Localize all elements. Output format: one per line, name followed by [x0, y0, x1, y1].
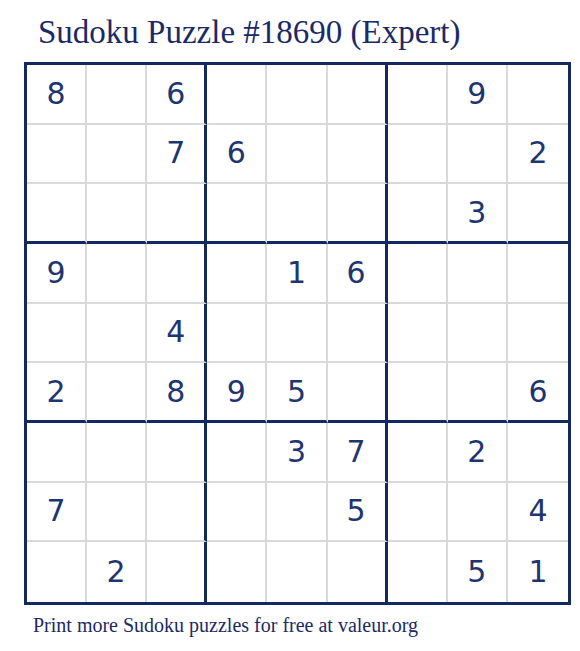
- cell-r4c2: [87, 244, 147, 304]
- cell-r9c7: [388, 542, 448, 602]
- cell-r8c5: [267, 483, 327, 543]
- cell-r7c5: 3: [267, 423, 327, 483]
- cell-r9c3: [147, 542, 207, 602]
- cell-r4c8: [448, 244, 508, 304]
- cell-r7c9: [508, 423, 568, 483]
- footer-text: Print more Sudoku puzzles for free at va…: [33, 614, 418, 637]
- sudoku-board: 8697623916428956372754251: [24, 62, 571, 605]
- cell-r8c3: [147, 483, 207, 543]
- cell-r3c7: [388, 184, 448, 244]
- cell-r4c7: [388, 244, 448, 304]
- cell-r8c9: 4: [508, 483, 568, 543]
- cell-r5c2: [87, 304, 147, 364]
- cell-r6c1: 2: [27, 363, 87, 423]
- page-title: Sudoku Puzzle #18690 (Expert): [38, 14, 461, 51]
- cell-r3c9: [508, 184, 568, 244]
- cell-r6c5: 5: [267, 363, 327, 423]
- cell-r5c7: [388, 304, 448, 364]
- cell-r8c8: [448, 483, 508, 543]
- cell-r6c3: 8: [147, 363, 207, 423]
- cell-r9c4: [207, 542, 267, 602]
- cell-r6c2: [87, 363, 147, 423]
- cell-r3c3: [147, 184, 207, 244]
- cell-r2c8: [448, 125, 508, 185]
- cell-r2c6: [328, 125, 388, 185]
- cell-r1c8: 9: [448, 65, 508, 125]
- cell-r4c9: [508, 244, 568, 304]
- cell-r9c9: 1: [508, 542, 568, 602]
- cell-r3c1: [27, 184, 87, 244]
- cell-r5c1: [27, 304, 87, 364]
- cell-r3c6: [328, 184, 388, 244]
- cell-r4c5: 1: [267, 244, 327, 304]
- cell-r4c6: 6: [328, 244, 388, 304]
- cell-r6c9: 6: [508, 363, 568, 423]
- cell-r4c3: [147, 244, 207, 304]
- cell-r1c5: [267, 65, 327, 125]
- cell-r2c7: [388, 125, 448, 185]
- cell-r5c4: [207, 304, 267, 364]
- cell-r7c8: 2: [448, 423, 508, 483]
- cell-r2c1: [27, 125, 87, 185]
- cell-r9c5: [267, 542, 327, 602]
- cell-r7c2: [87, 423, 147, 483]
- cell-r8c1: 7: [27, 483, 87, 543]
- cell-r8c2: [87, 483, 147, 543]
- cell-r6c4: 9: [207, 363, 267, 423]
- cell-r2c3: 7: [147, 125, 207, 185]
- cell-r6c8: [448, 363, 508, 423]
- cell-r4c4: [207, 244, 267, 304]
- cell-r4c1: 9: [27, 244, 87, 304]
- cell-r5c8: [448, 304, 508, 364]
- cell-r1c1: 8: [27, 65, 87, 125]
- cell-r5c9: [508, 304, 568, 364]
- cell-r6c7: [388, 363, 448, 423]
- cell-r1c7: [388, 65, 448, 125]
- cell-r1c2: [87, 65, 147, 125]
- sudoku-page: Sudoku Puzzle #18690 (Expert) 8697623916…: [0, 0, 580, 651]
- cell-r7c1: [27, 423, 87, 483]
- cell-r1c9: [508, 65, 568, 125]
- cell-r5c6: [328, 304, 388, 364]
- cell-r6c6: [328, 363, 388, 423]
- cell-r2c9: 2: [508, 125, 568, 185]
- cell-r7c3: [147, 423, 207, 483]
- cell-r5c3: 4: [147, 304, 207, 364]
- cell-r1c3: 6: [147, 65, 207, 125]
- cell-r7c7: [388, 423, 448, 483]
- cell-r5c5: [267, 304, 327, 364]
- cell-r3c4: [207, 184, 267, 244]
- cell-r2c2: [87, 125, 147, 185]
- cell-r8c4: [207, 483, 267, 543]
- cell-r3c5: [267, 184, 327, 244]
- cell-r2c5: [267, 125, 327, 185]
- cell-r3c8: 3: [448, 184, 508, 244]
- cell-r1c6: [328, 65, 388, 125]
- cell-r2c4: 6: [207, 125, 267, 185]
- cell-r9c6: [328, 542, 388, 602]
- cell-r8c7: [388, 483, 448, 543]
- cell-r9c1: [27, 542, 87, 602]
- cell-r7c4: [207, 423, 267, 483]
- cell-r9c2: 2: [87, 542, 147, 602]
- cell-r9c8: 5: [448, 542, 508, 602]
- cell-r8c6: 5: [328, 483, 388, 543]
- cell-r3c2: [87, 184, 147, 244]
- cell-r7c6: 7: [328, 423, 388, 483]
- cell-r1c4: [207, 65, 267, 125]
